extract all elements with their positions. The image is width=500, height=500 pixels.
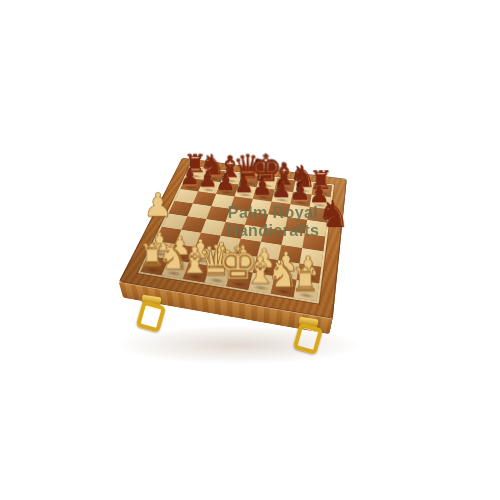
latch-loop [136, 300, 167, 333]
piece-white-rook: ♜ [285, 264, 326, 296]
latch-loop [293, 322, 324, 355]
watermark: Palm Royal Handicrafts [212, 204, 334, 240]
watermark-line1: Palm Royal [212, 204, 334, 222]
brass-latch-right [293, 318, 323, 354]
watermark-line2: Handicrafts [212, 222, 334, 240]
square-h1: ♜ [294, 280, 319, 301]
left-rim-display-spot: ♟ [150, 207, 172, 224]
product-photo: ♜♞♝♛♚♝♞♜♟♟♟♟♟♟♟♟♟♟♟♟♟♟♟♟♜♞♝♛♚♝♞♜ ♟ ♞ Pal… [0, 0, 500, 500]
brass-latch-left [136, 296, 166, 332]
piece-white-pawn-display: ♟ [140, 188, 176, 221]
